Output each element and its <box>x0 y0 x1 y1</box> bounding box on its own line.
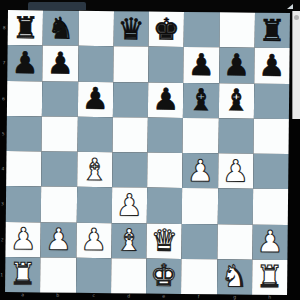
square-h5[interactable] <box>253 118 289 154</box>
side-panel-edge <box>292 11 300 119</box>
square-d5[interactable] <box>112 117 148 153</box>
square-b5[interactable] <box>42 116 78 152</box>
panel-circle-icon <box>294 15 299 20</box>
square-c1[interactable] <box>76 258 112 294</box>
square-d2[interactable]: ♝ <box>111 223 147 259</box>
square-d6[interactable] <box>113 82 149 118</box>
black-pawn[interactable]: ♟ <box>82 84 109 114</box>
square-b6[interactable] <box>42 81 78 117</box>
square-h6[interactable] <box>254 83 290 119</box>
white-pawn[interactable]: ♟ <box>187 156 214 186</box>
black-pawn[interactable]: ♟ <box>152 85 179 115</box>
square-g1[interactable]: ♞ <box>217 259 253 295</box>
square-g5[interactable] <box>218 118 254 154</box>
black-pawn[interactable]: ♟ <box>258 51 285 81</box>
black-pawn[interactable]: ♟ <box>11 48 38 78</box>
board-area: 87654321 ♜♞♛♚♜♟♟♟♟♟♟♟♝♝♝♟♟♟♟♟♟♝♛♟♜♚♞♜ ab… <box>0 10 290 300</box>
square-b4[interactable] <box>41 151 77 187</box>
square-e4[interactable] <box>147 153 183 189</box>
file-label-a: a <box>15 292 31 296</box>
file-label-d: d <box>120 293 136 297</box>
square-f6[interactable]: ♝ <box>183 82 219 118</box>
black-pawn[interactable]: ♟ <box>188 50 215 80</box>
black-bishop[interactable]: ♝ <box>187 85 214 115</box>
black-bishop[interactable]: ♝ <box>223 85 250 115</box>
white-pawn[interactable]: ♟ <box>256 227 283 257</box>
square-b8[interactable]: ♞ <box>43 10 79 46</box>
rank-label-4: 4 <box>1 161 4 177</box>
square-g7[interactable]: ♟ <box>219 48 255 84</box>
black-pawn[interactable]: ♟ <box>47 48 74 78</box>
white-pawn[interactable]: ♟ <box>80 225 107 255</box>
square-a3[interactable] <box>6 186 42 222</box>
file-label-f: f <box>191 294 207 298</box>
square-f3[interactable] <box>182 188 218 224</box>
white-rook[interactable]: ♜ <box>9 259 36 289</box>
square-b7[interactable]: ♟ <box>43 46 79 82</box>
square-a8[interactable]: ♜ <box>8 10 44 46</box>
window-top-bar <box>0 0 300 10</box>
black-king[interactable]: ♚ <box>153 14 180 44</box>
black-rook[interactable]: ♜ <box>259 15 286 45</box>
square-h1[interactable]: ♜ <box>252 259 288 295</box>
square-c5[interactable] <box>77 117 113 153</box>
white-bishop[interactable]: ♝ <box>81 154 108 184</box>
square-e8[interactable]: ♚ <box>149 12 185 48</box>
square-d3[interactable]: ♟ <box>112 187 148 223</box>
square-b3[interactable] <box>41 187 77 223</box>
rank-label-5: 5 <box>2 125 5 141</box>
square-g6[interactable]: ♝ <box>218 83 254 119</box>
square-h4[interactable] <box>253 154 289 190</box>
square-d7[interactable] <box>113 46 149 82</box>
square-b1[interactable] <box>40 257 76 293</box>
square-c3[interactable] <box>76 187 112 223</box>
rank-label-7: 7 <box>2 55 5 71</box>
file-label-h: h <box>261 295 277 299</box>
square-c6[interactable]: ♟ <box>77 81 113 117</box>
square-c4[interactable]: ♝ <box>77 152 113 188</box>
square-h8[interactable]: ♜ <box>254 13 290 49</box>
square-f4[interactable]: ♟ <box>182 153 218 189</box>
file-label-b: b <box>50 293 66 297</box>
square-a4[interactable] <box>6 151 42 187</box>
square-f5[interactable] <box>183 118 219 154</box>
ui-artifact-icon <box>287 4 293 9</box>
file-label-g: g <box>226 294 242 298</box>
white-pawn[interactable]: ♟ <box>45 225 72 255</box>
file-label-e: e <box>156 294 172 298</box>
square-d4[interactable] <box>112 152 148 188</box>
white-knight[interactable]: ♞ <box>221 262 248 292</box>
square-e1[interactable]: ♚ <box>146 258 182 294</box>
white-rook[interactable]: ♜ <box>256 262 283 292</box>
square-e7[interactable] <box>148 47 184 83</box>
rank-label-3: 3 <box>1 196 4 212</box>
square-e3[interactable] <box>147 188 183 224</box>
chess-board[interactable]: ♜♞♛♚♜♟♟♟♟♟♟♟♝♝♝♟♟♟♟♟♟♝♛♟♜♚♞♜ <box>5 10 290 295</box>
rank-label-6: 6 <box>2 90 5 106</box>
black-queen[interactable]: ♛ <box>118 14 145 44</box>
square-e5[interactable] <box>148 117 184 153</box>
square-f1[interactable] <box>181 259 217 295</box>
white-pawn[interactable]: ♟ <box>222 156 249 186</box>
square-c7[interactable] <box>78 46 114 82</box>
white-king[interactable]: ♚ <box>150 261 177 291</box>
square-h3[interactable] <box>253 189 289 225</box>
square-f2[interactable] <box>182 223 218 259</box>
rank-label-1: 1 <box>0 266 3 282</box>
square-a2[interactable]: ♟ <box>5 222 41 258</box>
white-pawn[interactable]: ♟ <box>116 190 143 220</box>
rank-label-2: 2 <box>0 231 3 247</box>
black-pawn[interactable]: ♟ <box>223 50 250 80</box>
square-g4[interactable]: ♟ <box>218 153 254 189</box>
black-rook[interactable]: ♜ <box>12 13 39 43</box>
rank-label-8: 8 <box>3 20 6 36</box>
square-d1[interactable] <box>111 258 147 294</box>
square-a1[interactable]: ♜ <box>5 257 41 293</box>
square-f7[interactable]: ♟ <box>184 47 220 83</box>
square-g8[interactable] <box>219 12 255 48</box>
white-pawn[interactable]: ♟ <box>10 224 37 254</box>
square-e2[interactable]: ♛ <box>146 223 182 259</box>
square-f8[interactable] <box>184 12 220 48</box>
square-d8[interactable]: ♛ <box>113 11 149 47</box>
square-c8[interactable] <box>78 11 114 47</box>
white-queen[interactable]: ♛ <box>151 226 178 256</box>
square-b2[interactable]: ♟ <box>41 222 77 258</box>
square-h2[interactable]: ♟ <box>252 224 288 260</box>
file-label-c: c <box>85 293 101 297</box>
square-h7[interactable]: ♟ <box>254 48 290 84</box>
black-knight[interactable]: ♞ <box>47 13 74 43</box>
square-g3[interactable] <box>217 189 253 225</box>
square-g2[interactable] <box>217 224 253 260</box>
square-c2[interactable]: ♟ <box>76 222 112 258</box>
square-e6[interactable]: ♟ <box>148 82 184 118</box>
white-bishop[interactable]: ♝ <box>115 225 142 255</box>
app-screen: 87654321 ♜♞♛♚♜♟♟♟♟♟♟♟♝♝♝♟♟♟♟♟♟♝♛♟♜♚♞♜ ab… <box>0 0 300 300</box>
square-a5[interactable] <box>7 116 43 152</box>
browser-tab[interactable] <box>28 2 86 10</box>
square-a6[interactable] <box>7 81 43 117</box>
square-a7[interactable]: ♟ <box>7 45 43 81</box>
